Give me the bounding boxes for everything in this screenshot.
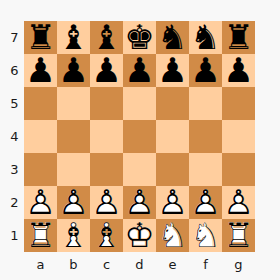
piece-white-king: ♚♔ — [123, 219, 156, 252]
file-label-d: d — [123, 252, 156, 278]
square-g4[interactable] — [222, 120, 255, 153]
square-a4[interactable] — [24, 120, 57, 153]
file-label-e: e — [156, 252, 189, 278]
square-e6[interactable]: ♟ — [156, 54, 189, 87]
square-a6[interactable]: ♟ — [24, 54, 57, 87]
square-d6[interactable]: ♟ — [123, 54, 156, 87]
piece-white-rook: ♜♖ — [24, 219, 57, 252]
rank-label-7: 7 — [0, 21, 24, 54]
piece-white-knight: ♞♘ — [189, 219, 222, 252]
piece-white-knight: ♞♘ — [156, 219, 189, 252]
square-c5[interactable] — [90, 87, 123, 120]
rank-label-1: 1 — [0, 219, 24, 252]
square-a1[interactable]: ♜♖ — [24, 219, 57, 252]
piece-black-pawn: ♟ — [189, 54, 222, 87]
square-c6[interactable]: ♟ — [90, 54, 123, 87]
rank-label-3: 3 — [0, 153, 24, 186]
file-labels: abcdefg — [24, 252, 255, 278]
square-d5[interactable] — [123, 87, 156, 120]
square-e1[interactable]: ♞♘ — [156, 219, 189, 252]
file-label-a: a — [24, 252, 57, 278]
piece-black-pawn: ♟ — [24, 54, 57, 87]
piece-white-bishop: ♝♗ — [90, 219, 123, 252]
square-e4[interactable] — [156, 120, 189, 153]
square-b6[interactable]: ♟ — [57, 54, 90, 87]
piece-black-pawn: ♟ — [156, 54, 189, 87]
file-label-b: b — [57, 252, 90, 278]
file-label-g: g — [222, 252, 255, 278]
chess-board: ♜♝♝♚♞♞♜♟♟♟♟♟♟♟♟♙♟♙♟♙♟♙♟♙♟♙♟♙♜♖♝♗♝♗♚♔♞♘♞♘… — [24, 21, 255, 252]
square-d4[interactable] — [123, 120, 156, 153]
square-f1[interactable]: ♞♘ — [189, 219, 222, 252]
rank-labels: 7654321 — [0, 21, 24, 252]
piece-black-pawn: ♟ — [90, 54, 123, 87]
square-c1[interactable]: ♝♗ — [90, 219, 123, 252]
piece-white-bishop: ♝♗ — [57, 219, 90, 252]
square-g1[interactable]: ♜♖ — [222, 219, 255, 252]
square-f5[interactable] — [189, 87, 222, 120]
square-d1[interactable]: ♚♔ — [123, 219, 156, 252]
rank-label-4: 4 — [0, 120, 24, 153]
square-b1[interactable]: ♝♗ — [57, 219, 90, 252]
square-e5[interactable] — [156, 87, 189, 120]
rank-label-5: 5 — [0, 87, 24, 120]
rank-label-6: 6 — [0, 54, 24, 87]
square-b5[interactable] — [57, 87, 90, 120]
piece-white-rook: ♜♖ — [222, 219, 255, 252]
file-label-f: f — [189, 252, 222, 278]
piece-black-pawn: ♟ — [57, 54, 90, 87]
square-f4[interactable] — [189, 120, 222, 153]
square-c4[interactable] — [90, 120, 123, 153]
square-a5[interactable] — [24, 87, 57, 120]
square-g6[interactable]: ♟ — [222, 54, 255, 87]
chess-diagram: 7654321 ♜♝♝♚♞♞♜♟♟♟♟♟♟♟♟♙♟♙♟♙♟♙♟♙♟♙♟♙♜♖♝♗… — [0, 0, 280, 280]
square-b4[interactable] — [57, 120, 90, 153]
square-g5[interactable] — [222, 87, 255, 120]
file-label-c: c — [90, 252, 123, 278]
piece-black-pawn: ♟ — [222, 54, 255, 87]
rank-label-2: 2 — [0, 186, 24, 219]
square-f6[interactable]: ♟ — [189, 54, 222, 87]
piece-black-pawn: ♟ — [123, 54, 156, 87]
